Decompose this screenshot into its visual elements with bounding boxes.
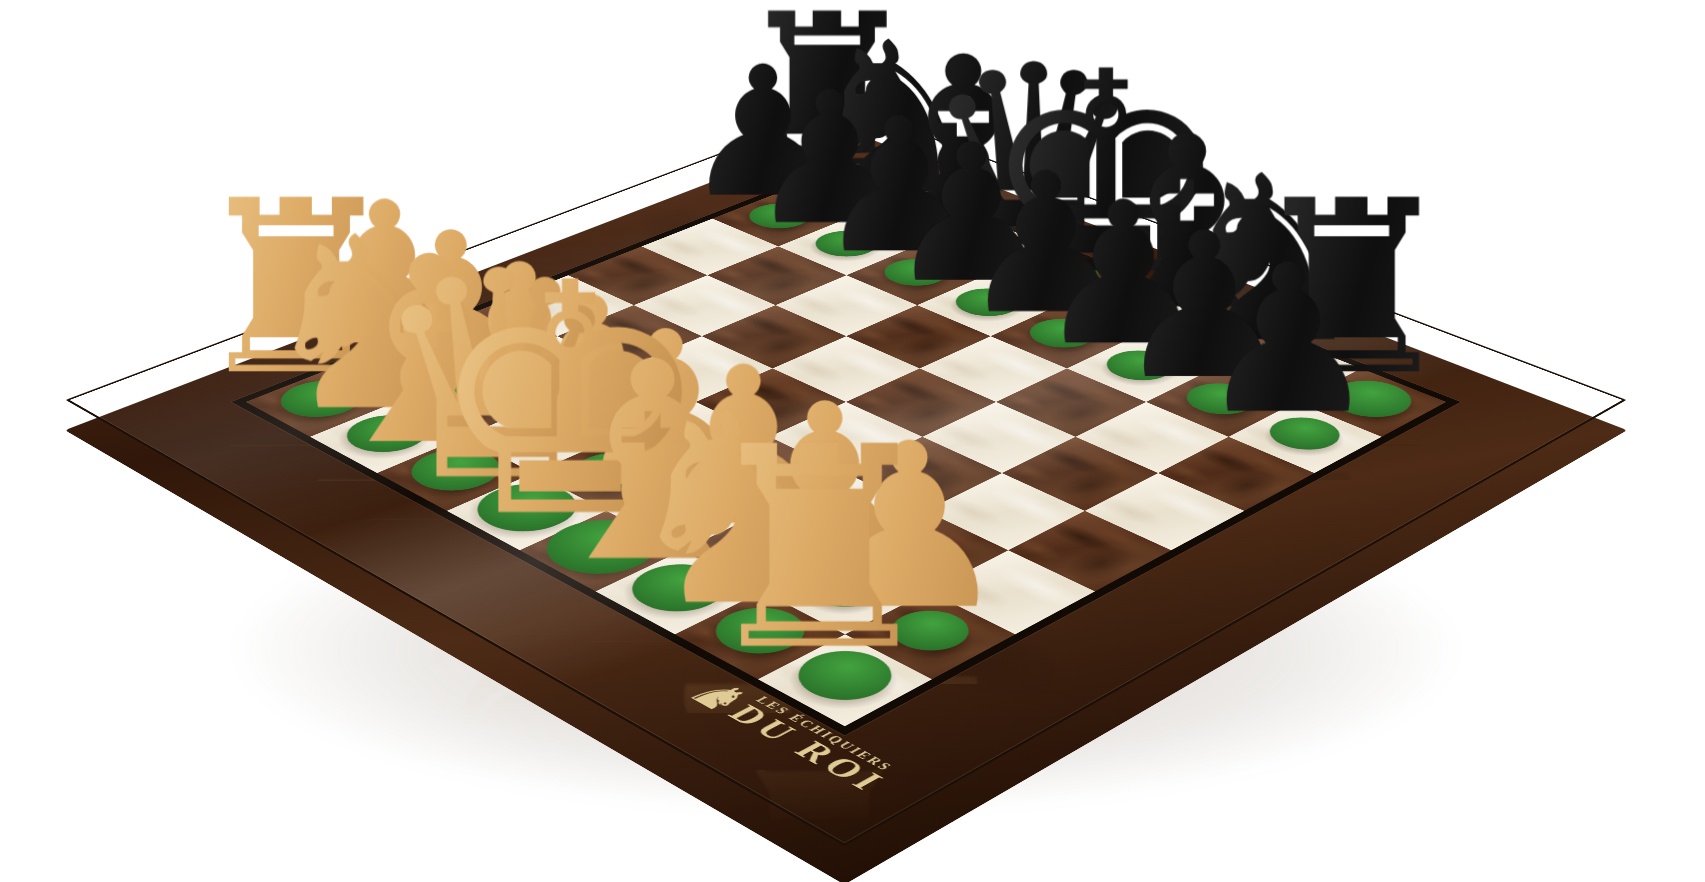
piece-glyph: ♟ bbox=[1073, 237, 1504, 442]
scene: ♞ LES ÉCHIQUIERS DU ROI ♜♜♞♞♝♝♛♛♚♚♝♝♞♞♜♜… bbox=[0, 0, 1705, 882]
product-photo-stage: ♞ LES ÉCHIQUIERS DU ROI ♜♜♞♞♝♝♛♛♚♚♝♝♞♞♜♜… bbox=[0, 0, 1705, 882]
piece-glyph: ♜ bbox=[574, 411, 1064, 689]
board-tilt: ♞ LES ÉCHIQUIERS DU ROI ♜♜♞♞♝♝♛♛♚♚♝♝♞♞♜♜… bbox=[65, 105, 1626, 846]
